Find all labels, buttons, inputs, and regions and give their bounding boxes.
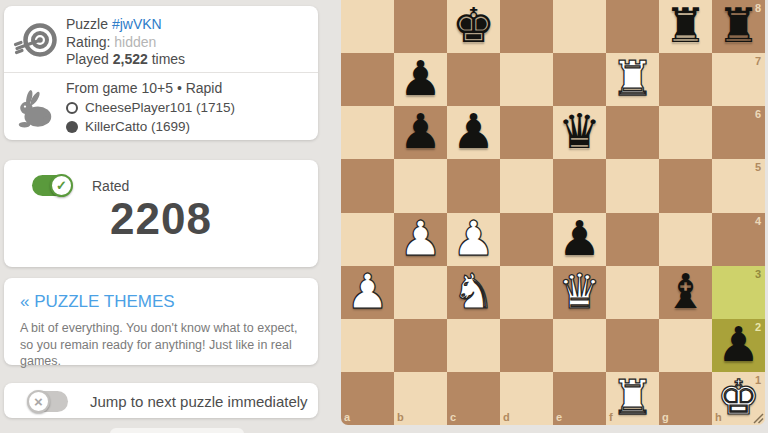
puzzle-info-bottom: From game 10+5 • Rapid CheesePlayer101 (…	[4, 73, 318, 138]
from-game-line: From game 10+5 • Rapid	[66, 80, 235, 97]
square-c1[interactable]: c	[447, 372, 500, 425]
square-a4[interactable]	[341, 213, 394, 266]
square-a5[interactable]	[341, 159, 394, 212]
square-e1[interactable]: e	[553, 372, 606, 425]
white-knight[interactable]: ♞	[447, 266, 500, 319]
square-c7[interactable]	[447, 53, 500, 106]
square-g2[interactable]	[659, 319, 712, 372]
chess-board: ♚♜8♜♟♜7♟♟♛65♟♟♟4♟♞♛♝32♟abcdef♜gh1♚	[341, 0, 765, 425]
square-d2[interactable]	[500, 319, 553, 372]
square-f7[interactable]: ♜	[606, 53, 659, 106]
coord-rank-3: 3	[755, 269, 761, 280]
player-black-row[interactable]: KillerCatto (1699)	[66, 119, 235, 135]
black-king[interactable]: ♚	[447, 0, 500, 53]
white-pawn[interactable]: ♟	[394, 213, 447, 266]
square-e7[interactable]	[553, 53, 606, 106]
sidebar: Puzzle #jwVKN Rating: hidden Played 2,52…	[4, 0, 318, 433]
square-h4[interactable]: 4	[712, 213, 765, 266]
square-a6[interactable]	[341, 106, 394, 159]
square-g1[interactable]: g	[659, 372, 712, 425]
square-e4[interactable]: ♟	[553, 213, 606, 266]
puzzle-rating: Rating: hidden	[66, 34, 185, 52]
coord-file-c: c	[450, 412, 456, 423]
puzzle-info-top: Puzzle #jwVKN Rating: hidden Played 2,52…	[4, 6, 318, 73]
square-b8[interactable]	[394, 0, 447, 53]
rabbit-icon	[4, 80, 66, 138]
square-e2[interactable]	[553, 319, 606, 372]
white-rook[interactable]: ♜	[606, 372, 659, 425]
square-b3[interactable]	[394, 266, 447, 319]
white-pawn[interactable]: ♟	[341, 266, 394, 319]
square-b4[interactable]: ♟	[394, 213, 447, 266]
square-b5[interactable]	[394, 159, 447, 212]
puzzle-info-text: Puzzle #jwVKN Rating: hidden Played 2,52…	[66, 16, 185, 69]
square-a3[interactable]: ♟	[341, 266, 394, 319]
target-icon	[4, 16, 66, 69]
square-e6[interactable]: ♛	[553, 106, 606, 159]
square-b1[interactable]: b	[394, 372, 447, 425]
puzzle-info-card: Puzzle #jwVKN Rating: hidden Played 2,52…	[4, 6, 318, 140]
square-c4[interactable]: ♟	[447, 213, 500, 266]
black-rook[interactable]: ♜	[659, 0, 712, 53]
rated-card: ✓ Rated 2208	[4, 160, 318, 267]
coord-rank-7: 7	[755, 56, 761, 67]
below-fold-card-peek	[110, 428, 244, 433]
square-h8[interactable]: 8♜	[712, 0, 765, 53]
themes-description: A bit of everything. You don't know what…	[20, 320, 302, 370]
square-h3[interactable]: 3	[712, 266, 765, 319]
square-c8[interactable]: ♚	[447, 0, 500, 53]
square-d3[interactable]	[500, 266, 553, 319]
cross-icon: ×	[34, 394, 43, 409]
themes-card: « PUZZLE THEMES A bit of everything. You…	[4, 278, 318, 365]
played-count: 2,522	[113, 51, 148, 67]
coord-file-e: e	[556, 412, 562, 423]
puzzle-id-link[interactable]: #jwVKN	[112, 16, 162, 32]
square-g6[interactable]	[659, 106, 712, 159]
square-e3[interactable]: ♛	[553, 266, 606, 319]
black-pawn[interactable]: ♟	[394, 106, 447, 159]
black-pawn[interactable]: ♟	[712, 319, 765, 372]
square-a8[interactable]	[341, 0, 394, 53]
puzzle-themes-link[interactable]: « PUZZLE THEMES	[20, 292, 302, 312]
square-g5[interactable]	[659, 159, 712, 212]
square-b7[interactable]: ♟	[394, 53, 447, 106]
coord-file-d: d	[503, 412, 510, 423]
coord-file-b: b	[397, 412, 404, 423]
square-h2[interactable]: 2♟	[712, 319, 765, 372]
square-f8[interactable]	[606, 0, 659, 53]
square-d8[interactable]	[500, 0, 553, 53]
rated-label: Rated	[92, 178, 129, 194]
square-a1[interactable]: a	[341, 372, 394, 425]
white-pawn[interactable]: ♟	[447, 213, 500, 266]
black-pawn[interactable]: ♟	[394, 53, 447, 106]
square-c5[interactable]	[447, 159, 500, 212]
square-d5[interactable]	[500, 159, 553, 212]
square-d1[interactable]: d	[500, 372, 553, 425]
square-e5[interactable]	[553, 159, 606, 212]
player-white-row[interactable]: CheesePlayer101 (1715)	[66, 100, 235, 116]
coord-file-g: g	[662, 412, 669, 423]
black-pawn[interactable]: ♟	[447, 106, 500, 159]
toggle-knob: ×	[27, 390, 50, 413]
square-f1[interactable]: f♜	[606, 372, 659, 425]
puzzle-title: Puzzle #jwVKN	[66, 16, 185, 34]
square-h5[interactable]: 5	[712, 159, 765, 212]
square-f2[interactable]	[606, 319, 659, 372]
square-c3[interactable]: ♞	[447, 266, 500, 319]
jump-card: × Jump to next puzzle immediately	[4, 383, 318, 418]
square-h6[interactable]: 6	[712, 106, 765, 159]
square-b6[interactable]: ♟	[394, 106, 447, 159]
black-queen[interactable]: ♛	[553, 106, 606, 159]
square-g8[interactable]: ♜	[659, 0, 712, 53]
white-queen[interactable]: ♛	[553, 266, 606, 319]
square-d4[interactable]	[500, 213, 553, 266]
white-player-name[interactable]: CheesePlayer101 (1715)	[85, 100, 235, 116]
square-b2[interactable]	[394, 319, 447, 372]
square-c6[interactable]: ♟	[447, 106, 500, 159]
user-rating-value: 2208	[4, 194, 318, 244]
rating-hidden-value: hidden	[114, 34, 156, 50]
square-h7[interactable]: 7	[712, 53, 765, 106]
white-player-icon	[66, 102, 78, 114]
square-f3[interactable]	[606, 266, 659, 319]
game-info-text: From game 10+5 • Rapid CheesePlayer101 (…	[66, 80, 235, 138]
black-player-icon	[66, 121, 78, 133]
coord-file-a: a	[344, 412, 350, 423]
square-g3[interactable]: ♝	[659, 266, 712, 319]
square-e8[interactable]	[553, 0, 606, 53]
coord-rank-4: 4	[755, 216, 761, 227]
square-d7[interactable]	[500, 53, 553, 106]
square-a7[interactable]	[341, 53, 394, 106]
square-c2[interactable]	[447, 319, 500, 372]
jump-label: Jump to next puzzle immediately	[90, 393, 308, 410]
square-f4[interactable]	[606, 213, 659, 266]
black-bishop[interactable]: ♝	[659, 266, 712, 319]
square-g4[interactable]	[659, 213, 712, 266]
square-f5[interactable]	[606, 159, 659, 212]
white-rook[interactable]: ♜	[606, 53, 659, 106]
square-a2[interactable]	[341, 319, 394, 372]
square-f6[interactable]	[606, 106, 659, 159]
black-pawn[interactable]: ♟	[553, 213, 606, 266]
square-d6[interactable]	[500, 106, 553, 159]
rated-toggle[interactable]: ✓	[32, 175, 72, 196]
black-player-name[interactable]: KillerCatto (1699)	[85, 119, 190, 135]
square-g7[interactable]	[659, 53, 712, 106]
puzzle-played: Played 2,522 times	[66, 51, 185, 69]
check-icon: ✓	[56, 179, 67, 192]
jump-toggle[interactable]: ×	[28, 391, 68, 412]
coord-rank-5: 5	[755, 162, 761, 173]
coord-rank-6: 6	[755, 109, 761, 120]
black-rook[interactable]: ♜	[712, 0, 765, 53]
board-resize-handle[interactable]	[752, 412, 764, 424]
